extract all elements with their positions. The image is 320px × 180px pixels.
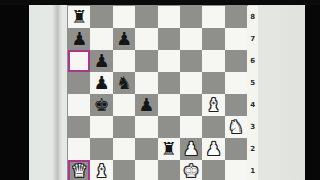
square-a2[interactable] — [68, 138, 90, 160]
square-d7[interactable] — [135, 28, 157, 50]
square-g8[interactable] — [202, 6, 224, 28]
square-g2[interactable]: ♟ — [202, 138, 224, 160]
white-pawn-on-f2[interactable]: ♟ — [183, 138, 199, 160]
square-b6[interactable]: ♟ — [90, 50, 112, 72]
square-a3[interactable] — [68, 116, 90, 138]
black-rook-on-a8[interactable]: ♜ — [71, 6, 87, 28]
square-e6[interactable] — [158, 50, 180, 72]
square-b7[interactable] — [90, 28, 112, 50]
video-frame: ♜♟♟♟♟♞♚♟♝♞♜♟♟♛♝♚ 87654321 — [0, 0, 320, 180]
square-c5[interactable]: ♞ — [113, 72, 135, 94]
panel-shadow — [52, 5, 62, 180]
rank-label-7: 7 — [247, 28, 258, 50]
black-knight-on-c5[interactable]: ♞ — [116, 72, 132, 94]
square-g7[interactable] — [202, 28, 224, 50]
square-b1[interactable]: ♝ — [90, 160, 112, 180]
square-g5[interactable] — [202, 72, 224, 94]
black-pawn-on-d4[interactable]: ♟ — [138, 94, 154, 116]
rank-label-5: 5 — [247, 72, 258, 94]
square-h5[interactable] — [225, 72, 247, 94]
square-d6[interactable] — [135, 50, 157, 72]
square-d2[interactable] — [135, 138, 157, 160]
black-rook-on-e2[interactable]: ♜ — [161, 138, 177, 160]
square-e3[interactable] — [158, 116, 180, 138]
square-b3[interactable] — [90, 116, 112, 138]
black-pawn-on-a7[interactable]: ♟ — [71, 28, 87, 50]
white-knight-on-h3[interactable]: ♞ — [228, 116, 244, 138]
black-king-on-b4[interactable]: ♚ — [94, 94, 110, 116]
square-b2[interactable] — [90, 138, 112, 160]
square-e1[interactable] — [158, 160, 180, 180]
letterbox-right — [305, 0, 320, 180]
square-d4[interactable]: ♟ — [135, 94, 157, 116]
black-pawn-on-c7[interactable]: ♟ — [116, 28, 132, 50]
square-c2[interactable] — [113, 138, 135, 160]
square-d5[interactable] — [135, 72, 157, 94]
square-c6[interactable] — [113, 50, 135, 72]
square-c4[interactable] — [113, 94, 135, 116]
white-pawn-on-g2[interactable]: ♟ — [205, 138, 221, 160]
square-h1[interactable] — [225, 160, 247, 180]
square-e4[interactable] — [158, 94, 180, 116]
square-e5[interactable] — [158, 72, 180, 94]
chess-board: ♜♟♟♟♟♞♚♟♝♞♜♟♟♛♝♚ — [68, 6, 247, 180]
white-queen-on-a1[interactable]: ♛ — [71, 160, 87, 180]
square-a8[interactable]: ♜ — [68, 6, 90, 28]
square-f7[interactable] — [180, 28, 202, 50]
square-a4[interactable] — [68, 94, 90, 116]
letterbox-top — [0, 0, 320, 5]
square-e2[interactable]: ♜ — [158, 138, 180, 160]
square-h6[interactable] — [225, 50, 247, 72]
white-bishop-on-g4[interactable]: ♝ — [205, 94, 221, 116]
square-c8[interactable] — [113, 6, 135, 28]
square-f8[interactable] — [180, 6, 202, 28]
square-d1[interactable] — [135, 160, 157, 180]
square-f3[interactable] — [180, 116, 202, 138]
square-d8[interactable] — [135, 6, 157, 28]
square-e8[interactable] — [158, 6, 180, 28]
square-h3[interactable]: ♞ — [225, 116, 247, 138]
square-b4[interactable]: ♚ — [90, 94, 112, 116]
square-g6[interactable] — [202, 50, 224, 72]
square-b8[interactable] — [90, 6, 112, 28]
square-d3[interactable] — [135, 116, 157, 138]
square-b5[interactable]: ♟ — [90, 72, 112, 94]
rank-label-6: 6 — [247, 50, 258, 72]
rank-label-4: 4 — [247, 94, 258, 116]
rank-label-2: 2 — [247, 138, 258, 160]
black-pawn-on-b6[interactable]: ♟ — [94, 50, 110, 72]
square-a7[interactable]: ♟ — [68, 28, 90, 50]
rank-label-strip: 87654321 — [247, 6, 258, 180]
square-f2[interactable]: ♟ — [180, 138, 202, 160]
rank-label-3: 3 — [247, 116, 258, 138]
square-f5[interactable] — [180, 72, 202, 94]
rank-label-8: 8 — [247, 6, 258, 28]
letterbox-left — [0, 0, 29, 180]
square-c1[interactable] — [113, 160, 135, 180]
white-king-on-f1[interactable]: ♚ — [183, 160, 199, 180]
white-bishop-on-b1[interactable]: ♝ — [94, 160, 110, 180]
square-g4[interactable]: ♝ — [202, 94, 224, 116]
square-a1[interactable]: ♛ — [68, 160, 90, 180]
square-c7[interactable]: ♟ — [113, 28, 135, 50]
square-e7[interactable] — [158, 28, 180, 50]
square-a6[interactable] — [68, 50, 90, 72]
rank-label-1: 1 — [247, 160, 258, 180]
square-f6[interactable] — [180, 50, 202, 72]
square-h4[interactable] — [225, 94, 247, 116]
square-a5[interactable] — [68, 72, 90, 94]
square-c3[interactable] — [113, 116, 135, 138]
square-h2[interactable] — [225, 138, 247, 160]
square-g3[interactable] — [202, 116, 224, 138]
square-g1[interactable] — [202, 160, 224, 180]
square-f4[interactable] — [180, 94, 202, 116]
black-pawn-on-b5[interactable]: ♟ — [94, 72, 110, 94]
square-f1[interactable]: ♚ — [180, 160, 202, 180]
square-h7[interactable] — [225, 28, 247, 50]
square-h8[interactable] — [225, 6, 247, 28]
